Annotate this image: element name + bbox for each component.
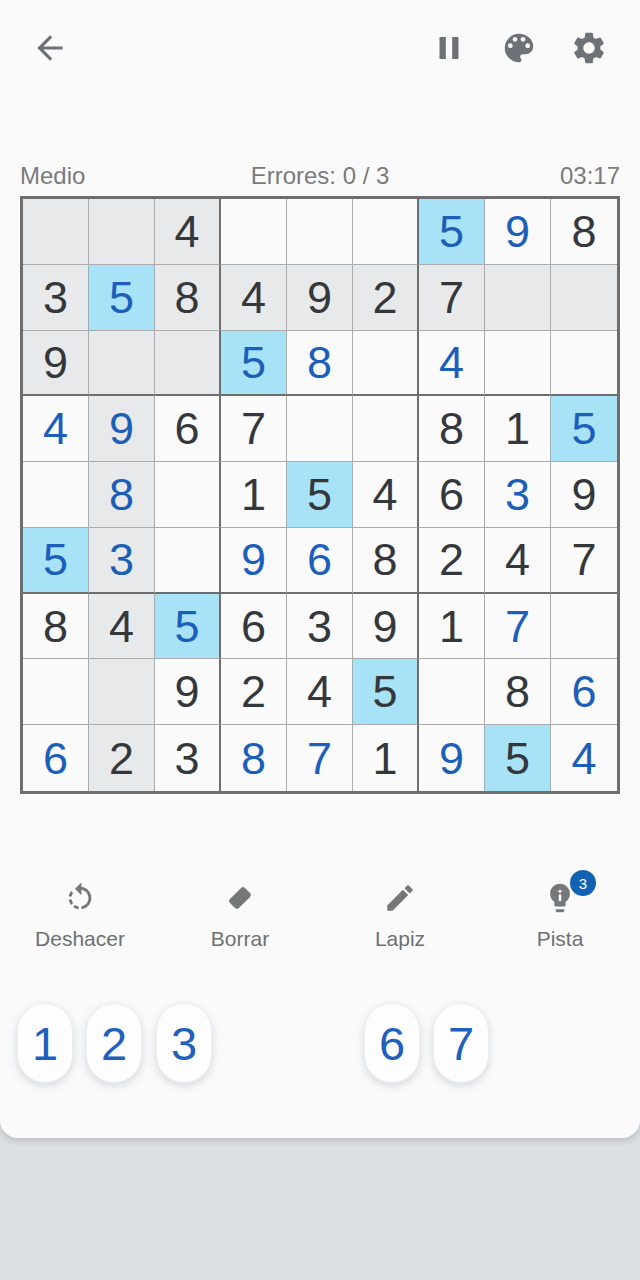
cell-r5c7[interactable]: 6 — [419, 462, 485, 528]
cell-r7c5[interactable]: 3 — [287, 594, 353, 660]
pencil-label: Lapiz — [375, 927, 425, 951]
cell-r3c3[interactable] — [155, 331, 221, 397]
arrow-left-icon — [31, 29, 69, 71]
cell-r9c4[interactable]: 8 — [221, 725, 287, 791]
cell-r2c6[interactable]: 2 — [353, 265, 419, 331]
undo-icon — [60, 878, 100, 918]
cell-r5c9[interactable]: 9 — [551, 462, 617, 528]
timer: 03:17 — [444, 162, 620, 190]
cell-r2c5[interactable]: 9 — [287, 265, 353, 331]
cell-r2c2[interactable]: 5 — [89, 265, 155, 331]
cell-r8c6[interactable]: 5 — [353, 659, 419, 725]
cell-r9c5[interactable]: 7 — [287, 725, 353, 791]
cell-r5c2[interactable]: 8 — [89, 462, 155, 528]
cell-r5c8[interactable]: 3 — [485, 462, 551, 528]
cell-r1c7[interactable]: 5 — [419, 199, 485, 265]
erase-button[interactable]: Borrar — [160, 878, 320, 968]
cell-r1c4[interactable] — [221, 199, 287, 265]
toolbar: Deshacer Borrar Lapiz 3 Pista — [0, 878, 640, 968]
cell-r6c5[interactable]: 6 — [287, 528, 353, 594]
top-bar — [0, 0, 640, 100]
pencil-icon — [380, 878, 420, 918]
gear-icon — [570, 29, 608, 71]
cell-r3c8[interactable] — [485, 331, 551, 397]
cell-r8c5[interactable]: 4 — [287, 659, 353, 725]
cell-r6c8[interactable]: 4 — [485, 528, 551, 594]
hint-count-badge: 3 — [570, 870, 596, 896]
cell-r4c7[interactable]: 8 — [419, 396, 485, 462]
cell-r5c6[interactable]: 4 — [353, 462, 419, 528]
cell-r6c7[interactable]: 2 — [419, 528, 485, 594]
cell-r2c1[interactable]: 3 — [23, 265, 89, 331]
cell-r9c2[interactable]: 2 — [89, 725, 155, 791]
cell-r5c1[interactable] — [23, 462, 89, 528]
cell-r9c6[interactable]: 1 — [353, 725, 419, 791]
cell-r4c6[interactable] — [353, 396, 419, 462]
cell-r2c3[interactable]: 8 — [155, 265, 221, 331]
cell-r3c9[interactable] — [551, 331, 617, 397]
theme-button[interactable] — [497, 28, 541, 72]
cell-r6c4[interactable]: 9 — [221, 528, 287, 594]
cell-r2c8[interactable] — [485, 265, 551, 331]
sudoku-app: Medio Errores: 0 / 3 03:17 4598358492795… — [0, 0, 640, 1280]
cell-r3c7[interactable]: 4 — [419, 331, 485, 397]
cell-r2c7[interactable]: 7 — [419, 265, 485, 331]
cell-r1c9[interactable]: 8 — [551, 199, 617, 265]
cell-r4c9[interactable]: 5 — [551, 396, 617, 462]
cell-r6c2[interactable]: 3 — [89, 528, 155, 594]
hint-button[interactable]: 3 Pista — [480, 878, 640, 968]
cell-r8c9[interactable]: 6 — [551, 659, 617, 725]
cell-r9c8[interactable]: 5 — [485, 725, 551, 791]
cell-r8c7[interactable] — [419, 659, 485, 725]
cell-r6c9[interactable]: 7 — [551, 528, 617, 594]
cell-r7c4[interactable]: 6 — [221, 594, 287, 660]
cell-r7c7[interactable]: 1 — [419, 594, 485, 660]
game-card: Medio Errores: 0 / 3 03:17 4598358492795… — [0, 0, 640, 1138]
cell-r4c2[interactable]: 9 — [89, 396, 155, 462]
cell-r9c9[interactable]: 4 — [551, 725, 617, 791]
cell-r6c3[interactable] — [155, 528, 221, 594]
cell-r8c3[interactable]: 9 — [155, 659, 221, 725]
bottom-background-strip — [0, 1140, 640, 1280]
numpad-key-7[interactable]: 7 — [433, 1003, 489, 1083]
cell-r4c5[interactable] — [287, 396, 353, 462]
undo-button[interactable]: Deshacer — [0, 878, 160, 968]
cell-r5c4[interactable]: 1 — [221, 462, 287, 528]
cell-r8c4[interactable]: 2 — [221, 659, 287, 725]
errors-counter: Errores: 0 / 3 — [196, 162, 443, 190]
cell-r1c5[interactable] — [287, 199, 353, 265]
cell-r9c1[interactable]: 6 — [23, 725, 89, 791]
difficulty-label: Medio — [20, 162, 196, 190]
cell-r3c4[interactable]: 5 — [221, 331, 287, 397]
lightbulb-icon: 3 — [540, 878, 580, 918]
cell-r7c2[interactable]: 4 — [89, 594, 155, 660]
cell-r7c8[interactable]: 7 — [485, 594, 551, 660]
cell-r7c3[interactable]: 5 — [155, 594, 221, 660]
cell-r1c1[interactable] — [23, 199, 89, 265]
cell-r6c6[interactable]: 8 — [353, 528, 419, 594]
hint-label: Pista — [537, 927, 584, 951]
numpad-key-3[interactable]: 3 — [156, 1003, 212, 1083]
cell-r5c3[interactable] — [155, 462, 221, 528]
back-button[interactable] — [28, 28, 72, 72]
cell-r6c1[interactable]: 5 — [23, 528, 89, 594]
cell-r4c3[interactable]: 6 — [155, 396, 221, 462]
palette-icon — [500, 29, 538, 71]
cell-r7c1[interactable]: 8 — [23, 594, 89, 660]
cell-r1c3[interactable]: 4 — [155, 199, 221, 265]
cell-r9c7[interactable]: 9 — [419, 725, 485, 791]
cell-r8c2[interactable] — [89, 659, 155, 725]
numpad-key-1[interactable]: 1 — [17, 1003, 73, 1083]
eraser-icon — [220, 878, 260, 918]
cell-r8c1[interactable] — [23, 659, 89, 725]
numpad-key-2[interactable]: 2 — [86, 1003, 142, 1083]
status-row: Medio Errores: 0 / 3 03:17 — [20, 160, 620, 192]
cell-r3c2[interactable] — [89, 331, 155, 397]
cell-r9c3[interactable]: 3 — [155, 725, 221, 791]
pause-icon — [430, 29, 468, 71]
pause-button[interactable] — [427, 28, 471, 72]
cell-r1c8[interactable]: 9 — [485, 199, 551, 265]
cell-r7c6[interactable]: 9 — [353, 594, 419, 660]
cell-r2c9[interactable] — [551, 265, 617, 331]
numpad-key-6[interactable]: 6 — [364, 1003, 420, 1083]
sudoku-grid: 4598358492795844967815815463953968247845… — [20, 196, 620, 794]
cell-r2c4[interactable]: 4 — [221, 265, 287, 331]
settings-button[interactable] — [567, 28, 611, 72]
erase-label: Borrar — [211, 927, 269, 951]
cell-r4c4[interactable]: 7 — [221, 396, 287, 462]
cell-r3c1[interactable]: 9 — [23, 331, 89, 397]
pencil-button[interactable]: Lapiz — [320, 878, 480, 968]
cell-r7c9[interactable] — [551, 594, 617, 660]
cell-r3c6[interactable] — [353, 331, 419, 397]
undo-label: Deshacer — [35, 927, 125, 951]
cell-r5c5[interactable]: 5 — [287, 462, 353, 528]
cell-r1c6[interactable] — [353, 199, 419, 265]
cell-r3c5[interactable]: 8 — [287, 331, 353, 397]
cell-r1c2[interactable] — [89, 199, 155, 265]
cell-r8c8[interactable]: 8 — [485, 659, 551, 725]
cell-r4c8[interactable]: 1 — [485, 396, 551, 462]
cell-r4c1[interactable]: 4 — [23, 396, 89, 462]
number-pad: 12367 — [0, 1003, 640, 1083]
